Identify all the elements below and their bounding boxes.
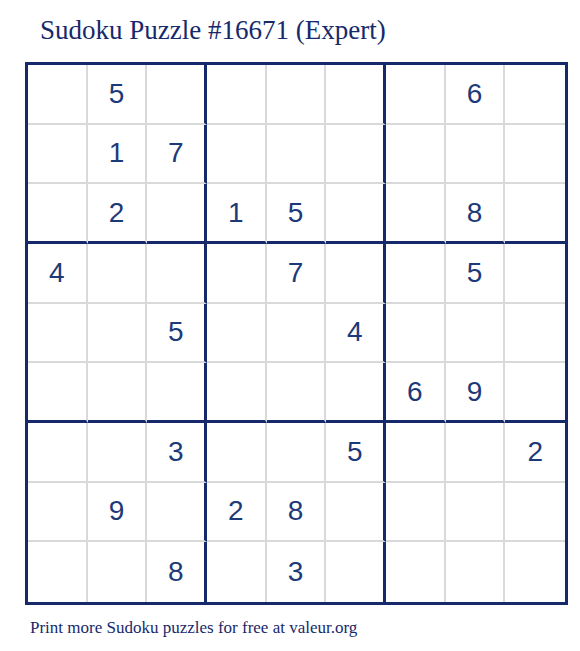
cell-r1c7[interactable] [386, 65, 446, 125]
cell-r4c6[interactable] [326, 244, 386, 304]
cell-r9c6[interactable] [326, 542, 386, 602]
cell-r7c1[interactable] [28, 423, 88, 483]
cell-r2c4[interactable] [207, 125, 267, 185]
cell-r2c9[interactable] [505, 125, 565, 185]
sudoku-page: Sudoku Puzzle #16671 (Expert) 5617215847… [0, 0, 580, 651]
cell-r4c1[interactable]: 4 [28, 244, 88, 304]
cell-r7c9[interactable]: 2 [505, 423, 565, 483]
cell-r8c4[interactable]: 2 [207, 483, 267, 543]
cell-r3c1[interactable] [28, 184, 88, 244]
cell-r5c7[interactable] [386, 304, 446, 364]
cell-r5c5[interactable] [267, 304, 327, 364]
cell-r2c8[interactable] [446, 125, 506, 185]
cell-r6c9[interactable] [505, 363, 565, 423]
cell-r2c7[interactable] [386, 125, 446, 185]
cell-r9c3[interactable]: 8 [147, 542, 207, 602]
cell-r4c3[interactable] [147, 244, 207, 304]
cell-r2c2[interactable]: 1 [88, 125, 148, 185]
cell-r3c5[interactable]: 5 [267, 184, 327, 244]
cell-r1c4[interactable] [207, 65, 267, 125]
cell-r6c5[interactable] [267, 363, 327, 423]
cell-r8c7[interactable] [386, 483, 446, 543]
cell-r6c7[interactable]: 6 [386, 363, 446, 423]
cell-r1c8[interactable]: 6 [446, 65, 506, 125]
cell-r8c6[interactable] [326, 483, 386, 543]
cell-r8c5[interactable]: 8 [267, 483, 327, 543]
cell-r7c8[interactable] [446, 423, 506, 483]
cell-r4c2[interactable] [88, 244, 148, 304]
cell-r7c6[interactable]: 5 [326, 423, 386, 483]
cell-r2c3[interactable]: 7 [147, 125, 207, 185]
cell-r3c6[interactable] [326, 184, 386, 244]
cell-r6c6[interactable] [326, 363, 386, 423]
cell-r4c5[interactable]: 7 [267, 244, 327, 304]
cell-r8c2[interactable]: 9 [88, 483, 148, 543]
cell-r9c4[interactable] [207, 542, 267, 602]
cell-r6c3[interactable] [147, 363, 207, 423]
cell-r5c6[interactable]: 4 [326, 304, 386, 364]
cell-r4c8[interactable]: 5 [446, 244, 506, 304]
cell-r9c5[interactable]: 3 [267, 542, 327, 602]
cell-r2c5[interactable] [267, 125, 327, 185]
cell-r8c1[interactable] [28, 483, 88, 543]
cell-r9c1[interactable] [28, 542, 88, 602]
cell-r5c9[interactable] [505, 304, 565, 364]
cell-r3c7[interactable] [386, 184, 446, 244]
cell-r9c7[interactable] [386, 542, 446, 602]
cell-r2c1[interactable] [28, 125, 88, 185]
cell-r1c9[interactable] [505, 65, 565, 125]
cell-r5c1[interactable] [28, 304, 88, 364]
cell-r4c4[interactable] [207, 244, 267, 304]
cell-r8c9[interactable] [505, 483, 565, 543]
cell-r1c3[interactable] [147, 65, 207, 125]
cell-r5c8[interactable] [446, 304, 506, 364]
cell-r9c9[interactable] [505, 542, 565, 602]
cell-r3c4[interactable]: 1 [207, 184, 267, 244]
cell-r1c1[interactable] [28, 65, 88, 125]
cell-r8c3[interactable] [147, 483, 207, 543]
cell-r5c4[interactable] [207, 304, 267, 364]
cell-r8c8[interactable] [446, 483, 506, 543]
footer-text: Print more Sudoku puzzles for free at va… [30, 618, 357, 638]
cell-r9c2[interactable] [88, 542, 148, 602]
cell-r1c6[interactable] [326, 65, 386, 125]
cell-r7c5[interactable] [267, 423, 327, 483]
cell-r7c7[interactable] [386, 423, 446, 483]
cell-r6c1[interactable] [28, 363, 88, 423]
cell-r3c9[interactable] [505, 184, 565, 244]
cell-r7c4[interactable] [207, 423, 267, 483]
sudoku-board: 56172158475546935292883 [25, 62, 568, 605]
cell-r3c2[interactable]: 2 [88, 184, 148, 244]
cell-r5c2[interactable] [88, 304, 148, 364]
cell-r3c8[interactable]: 8 [446, 184, 506, 244]
cell-r6c2[interactable] [88, 363, 148, 423]
cell-r4c9[interactable] [505, 244, 565, 304]
cell-r1c5[interactable] [267, 65, 327, 125]
page-title: Sudoku Puzzle #16671 (Expert) [40, 15, 386, 46]
cell-r6c4[interactable] [207, 363, 267, 423]
cell-r5c3[interactable]: 5 [147, 304, 207, 364]
cell-r4c7[interactable] [386, 244, 446, 304]
cell-r6c8[interactable]: 9 [446, 363, 506, 423]
cell-r2c6[interactable] [326, 125, 386, 185]
cell-r7c2[interactable] [88, 423, 148, 483]
cell-r9c8[interactable] [446, 542, 506, 602]
cell-r3c3[interactable] [147, 184, 207, 244]
cell-r1c2[interactable]: 5 [88, 65, 148, 125]
cell-r7c3[interactable]: 3 [147, 423, 207, 483]
